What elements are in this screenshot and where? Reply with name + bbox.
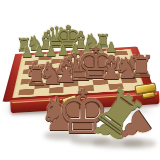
chess-piece-copper-rook: ♜ <box>128 52 155 82</box>
chess-piece-green-pawn: ♟ <box>21 45 34 59</box>
chess-piece-green-pawn: ♟ <box>33 44 46 58</box>
product-photo: ♜♞♝♛♚♝♞♜♟♟♟♟♟♟♟♟♟♟♟♟♟♟♟♟♜♞♝♛♚♝♞♜♞♚♟♜♟ <box>0 0 160 160</box>
